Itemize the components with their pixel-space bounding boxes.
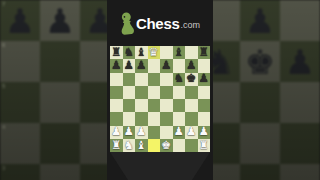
black-rook: ♜: [199, 47, 209, 59]
black-pawn: ♟: [124, 60, 134, 72]
square-g6: ♚: [185, 73, 198, 86]
square-c4: [135, 99, 148, 112]
square-c6: [135, 73, 148, 86]
white-rook: ♜: [199, 140, 209, 152]
square-a8: ♜: [110, 46, 123, 59]
square-e6: [160, 73, 173, 86]
square-h7: [198, 59, 211, 72]
square-h4: [198, 99, 211, 112]
square-d1: [148, 139, 161, 152]
video-frame: 7♟♟♟♟6♞♚♟543 Chess .com ♜♞♝♛♝♜♟♟♟♟♟♞♚♟♟♟…: [0, 0, 320, 180]
square-d2: [148, 126, 161, 139]
square-f2: ♟: [173, 126, 186, 139]
black-pawn: ♟: [161, 60, 171, 72]
chesscom-logo: Chess .com: [107, 0, 213, 46]
square-h6: ♟: [198, 73, 211, 86]
square-a6: [110, 73, 123, 86]
square-a7: ♟: [110, 59, 123, 72]
black-rook: ♜: [111, 47, 121, 59]
square-g2: ♟: [185, 126, 198, 139]
white-queen: ♛: [149, 47, 159, 59]
square-b8: ♞: [123, 46, 136, 59]
chess-board: ♜♞♝♛♝♜♟♟♟♟♟♞♚♟♟♟♟♟♟♟♜♞♝♚♜: [110, 46, 210, 152]
square-a3: [110, 112, 123, 125]
video-column: Chess .com ♜♞♝♛♝♜♟♟♟♟♟♞♚♟♟♟♟♟♟♟♜♞♝♚♜: [107, 0, 213, 180]
square-e1: ♚: [160, 139, 173, 152]
board-shadow: [110, 152, 210, 180]
square-b6: [123, 73, 136, 86]
square-f6: ♞: [173, 73, 186, 86]
logo-brand-text: Chess: [136, 15, 180, 32]
square-f3: [173, 112, 186, 125]
square-c3: [135, 112, 148, 125]
square-g4: [185, 99, 198, 112]
square-d4: [148, 99, 161, 112]
white-pawn: ♟: [136, 126, 146, 138]
black-pawn: ♟: [111, 60, 121, 72]
white-pawn: ♟: [111, 126, 121, 138]
square-c2: ♟: [135, 126, 148, 139]
square-e3: [160, 112, 173, 125]
square-e8: [160, 46, 173, 59]
square-b5: [123, 86, 136, 99]
square-a5: [110, 86, 123, 99]
white-pawn: ♟: [124, 126, 134, 138]
square-d3: [148, 112, 161, 125]
square-a4: [110, 99, 123, 112]
black-bishop: ♝: [174, 47, 184, 59]
square-e2: [160, 126, 173, 139]
white-pawn: ♟: [174, 126, 184, 138]
black-pawn: ♟: [186, 60, 196, 72]
square-f4: [173, 99, 186, 112]
white-rook: ♜: [111, 140, 121, 152]
square-h3: [198, 112, 211, 125]
square-f7: [173, 59, 186, 72]
black-pawn: ♟: [136, 60, 146, 72]
white-knight: ♞: [124, 140, 134, 152]
square-g8: [185, 46, 198, 59]
square-a1: ♜: [110, 139, 123, 152]
white-pawn: ♟: [186, 126, 196, 138]
square-d8: ♛: [148, 46, 161, 59]
square-e4: [160, 99, 173, 112]
square-c5: [135, 86, 148, 99]
white-bishop: ♝: [136, 140, 146, 152]
square-h8: ♜: [198, 46, 211, 59]
square-a2: ♟: [110, 126, 123, 139]
white-king: ♚: [161, 140, 171, 152]
square-b4: [123, 99, 136, 112]
logo-tld-text: .com: [181, 20, 201, 31]
square-d5: [148, 86, 161, 99]
square-f5: [173, 86, 186, 99]
black-king: ♚: [186, 73, 196, 85]
square-h1: ♜: [198, 139, 211, 152]
chesscom-pawn-logo-icon: [119, 11, 135, 35]
square-g3: [185, 112, 198, 125]
square-e5: [160, 86, 173, 99]
square-d7: [148, 59, 161, 72]
black-bishop: ♝: [136, 47, 146, 59]
square-d6: [148, 73, 161, 86]
square-g1: [185, 139, 198, 152]
square-c7: ♟: [135, 59, 148, 72]
black-pawn: ♟: [199, 73, 209, 85]
square-b1: ♞: [123, 139, 136, 152]
square-h2: ♟: [198, 126, 211, 139]
square-c1: ♝: [135, 139, 148, 152]
black-knight: ♞: [174, 73, 184, 85]
square-h5: [198, 86, 211, 99]
black-knight: ♞: [124, 47, 134, 59]
square-f1: [173, 139, 186, 152]
square-f8: ♝: [173, 46, 186, 59]
square-b3: [123, 112, 136, 125]
square-g7: ♟: [185, 59, 198, 72]
square-b2: ♟: [123, 126, 136, 139]
square-c8: ♝: [135, 46, 148, 59]
square-g5: [185, 86, 198, 99]
white-pawn: ♟: [199, 126, 209, 138]
square-e7: ♟: [160, 59, 173, 72]
square-b7: ♟: [123, 59, 136, 72]
